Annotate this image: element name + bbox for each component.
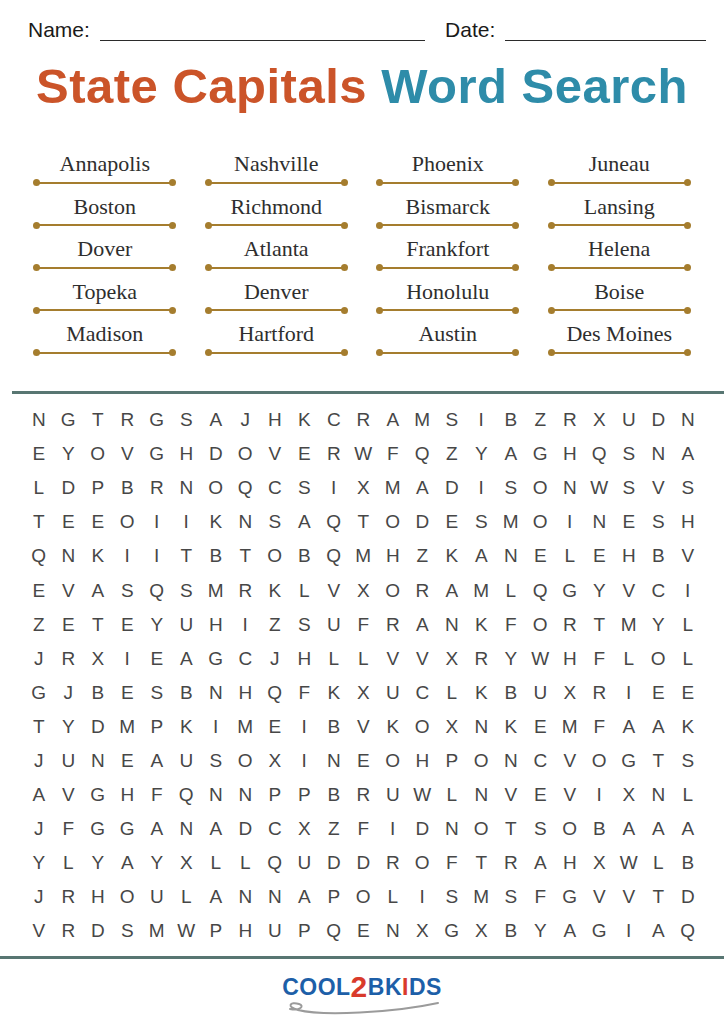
grid-cell[interactable]: V — [496, 778, 526, 812]
grid-cell[interactable]: D — [408, 505, 438, 539]
grid-cell[interactable]: T — [83, 403, 113, 437]
grid-cell[interactable]: K — [467, 676, 497, 710]
grid-cell[interactable]: A — [614, 812, 644, 846]
grid-cell[interactable]: S — [526, 812, 556, 846]
grid-cell[interactable]: T — [644, 744, 674, 778]
grid-cell[interactable]: N — [201, 676, 231, 710]
grid-cell[interactable]: E — [349, 744, 379, 778]
grid-cell[interactable]: H — [260, 403, 290, 437]
grid-cell[interactable]: R — [585, 676, 615, 710]
grid-cell[interactable]: C — [260, 471, 290, 505]
grid-cell[interactable]: X — [172, 846, 202, 880]
grid-cell[interactable]: X — [585, 403, 615, 437]
grid-cell[interactable]: G — [24, 676, 54, 710]
grid-cell[interactable]: T — [24, 710, 54, 744]
grid-cell[interactable]: N — [319, 744, 349, 778]
grid-cell[interactable]: O — [467, 744, 497, 778]
grid-cell[interactable]: J — [24, 812, 54, 846]
grid-cell[interactable]: F — [349, 812, 379, 846]
grid-cell[interactable]: A — [408, 471, 438, 505]
grid-cell[interactable]: X — [437, 642, 467, 676]
cool2bkids-logo[interactable]: COOL2BKIDS — [282, 972, 442, 1016]
grid-cell[interactable]: S — [290, 471, 320, 505]
grid-cell[interactable]: V — [585, 880, 615, 914]
grid-cell[interactable]: H — [113, 778, 143, 812]
grid-cell[interactable]: K — [290, 403, 320, 437]
grid-cell[interactable]: S — [437, 403, 467, 437]
grid-cell[interactable]: O — [83, 437, 113, 471]
grid-cell[interactable]: X — [555, 676, 585, 710]
grid-cell[interactable]: M — [555, 710, 585, 744]
grid-cell[interactable]: H — [172, 437, 202, 471]
grid-cell[interactable]: Y — [585, 573, 615, 607]
grid-cell[interactable]: G — [201, 642, 231, 676]
grid-cell[interactable]: B — [172, 676, 202, 710]
grid-cell[interactable]: O — [408, 710, 438, 744]
grid-cell[interactable]: M — [496, 505, 526, 539]
grid-cell[interactable]: H — [378, 539, 408, 573]
grid-cell[interactable]: B — [585, 812, 615, 846]
grid-cell[interactable]: K — [467, 608, 497, 642]
grid-cell[interactable]: W — [614, 846, 644, 880]
grid-cell[interactable]: O — [113, 880, 143, 914]
grid-cell[interactable]: J — [54, 676, 84, 710]
grid-cell[interactable]: V — [319, 573, 349, 607]
grid-cell[interactable]: R — [408, 573, 438, 607]
grid-cell[interactable]: T — [644, 880, 674, 914]
grid-cell[interactable]: N — [644, 778, 674, 812]
grid-cell[interactable]: E — [24, 573, 54, 607]
grid-cell[interactable]: F — [585, 710, 615, 744]
grid-cell[interactable]: Q — [673, 914, 703, 948]
grid-cell[interactable]: J — [24, 880, 54, 914]
grid-cell[interactable]: I — [113, 642, 143, 676]
grid-cell[interactable]: Q — [319, 505, 349, 539]
grid-cell[interactable]: A — [201, 880, 231, 914]
grid-cell[interactable]: Y — [644, 608, 674, 642]
grid-cell[interactable]: Z — [260, 608, 290, 642]
grid-cell[interactable]: S — [437, 880, 467, 914]
grid-cell[interactable]: S — [467, 505, 497, 539]
grid-cell[interactable]: A — [408, 608, 438, 642]
grid-cell[interactable]: T — [172, 539, 202, 573]
grid-cell[interactable]: B — [496, 676, 526, 710]
grid-cell[interactable]: A — [142, 744, 172, 778]
grid-cell[interactable]: A — [644, 812, 674, 846]
grid-cell[interactable]: T — [24, 505, 54, 539]
grid-cell[interactable]: B — [496, 403, 526, 437]
grid-cell[interactable]: L — [673, 642, 703, 676]
grid-cell[interactable]: R — [349, 403, 379, 437]
grid-cell[interactable]: A — [290, 505, 320, 539]
grid-cell[interactable]: Q — [142, 573, 172, 607]
grid-cell[interactable]: F — [378, 437, 408, 471]
grid-cell[interactable]: E — [290, 437, 320, 471]
grid-cell[interactable]: O — [585, 744, 615, 778]
grid-cell[interactable]: L — [437, 676, 467, 710]
grid-cell[interactable]: I — [614, 676, 644, 710]
grid-cell[interactable]: U — [172, 744, 202, 778]
grid-cell[interactable]: A — [113, 846, 143, 880]
grid-cell[interactable]: L — [319, 642, 349, 676]
grid-cell[interactable]: G — [555, 573, 585, 607]
grid-cell[interactable]: J — [24, 642, 54, 676]
grid-cell[interactable]: H — [555, 846, 585, 880]
grid-cell[interactable]: G — [54, 403, 84, 437]
grid-cell[interactable]: O — [349, 880, 379, 914]
grid-cell[interactable]: C — [408, 676, 438, 710]
grid-cell[interactable]: H — [555, 437, 585, 471]
grid-cell[interactable]: B — [673, 846, 703, 880]
grid-cell[interactable]: L — [24, 471, 54, 505]
grid-cell[interactable]: N — [644, 437, 674, 471]
grid-cell[interactable]: R — [378, 608, 408, 642]
grid-cell[interactable]: W — [172, 914, 202, 948]
grid-cell[interactable]: Z — [526, 403, 556, 437]
grid-cell[interactable]: N — [201, 778, 231, 812]
grid-cell[interactable]: J — [260, 642, 290, 676]
grid-cell[interactable]: M — [614, 608, 644, 642]
grid-cell[interactable]: M — [231, 710, 261, 744]
grid-cell[interactable]: G — [83, 812, 113, 846]
grid-cell[interactable]: I — [290, 744, 320, 778]
grid-cell[interactable]: E — [142, 642, 172, 676]
grid-cell[interactable]: T — [467, 846, 497, 880]
grid-cell[interactable]: V — [614, 880, 644, 914]
grid-cell[interactable]: I — [378, 812, 408, 846]
grid-cell[interactable]: I — [467, 403, 497, 437]
grid-cell[interactable]: K — [83, 539, 113, 573]
grid-cell[interactable]: N — [83, 744, 113, 778]
grid-cell[interactable]: P — [290, 914, 320, 948]
grid-cell[interactable]: S — [496, 471, 526, 505]
grid-cell[interactable]: Y — [54, 437, 84, 471]
grid-cell[interactable]: P — [142, 710, 172, 744]
grid-cell[interactable]: D — [319, 846, 349, 880]
grid-cell[interactable]: P — [83, 471, 113, 505]
grid-cell[interactable]: S — [172, 573, 202, 607]
grid-cell[interactable]: O — [231, 744, 261, 778]
grid-cell[interactable]: D — [83, 914, 113, 948]
grid-cell[interactable]: E — [526, 778, 556, 812]
grid-cell[interactable]: L — [496, 573, 526, 607]
grid-cell[interactable]: O — [113, 505, 143, 539]
grid-cell[interactable]: O — [526, 471, 556, 505]
grid-cell[interactable]: M — [349, 539, 379, 573]
grid-cell[interactable]: R — [142, 471, 172, 505]
grid-cell[interactable]: R — [231, 573, 261, 607]
grid-cell[interactable]: N — [496, 539, 526, 573]
grid-cell[interactable]: E — [260, 710, 290, 744]
grid-cell[interactable]: L — [555, 539, 585, 573]
grid-cell[interactable]: N — [673, 403, 703, 437]
grid-cell[interactable]: B — [290, 539, 320, 573]
grid-cell[interactable]: E — [437, 505, 467, 539]
grid-cell[interactable]: L — [644, 846, 674, 880]
grid-cell[interactable]: D — [644, 403, 674, 437]
grid-cell[interactable]: H — [231, 676, 261, 710]
grid-cell[interactable]: I — [142, 505, 172, 539]
grid-cell[interactable]: A — [673, 437, 703, 471]
grid-cell[interactable]: X — [290, 812, 320, 846]
grid-cell[interactable]: I — [467, 471, 497, 505]
grid-cell[interactable]: N — [467, 710, 497, 744]
grid-cell[interactable]: K — [378, 710, 408, 744]
grid-cell[interactable]: O — [378, 744, 408, 778]
name-input-line[interactable] — [100, 16, 425, 41]
grid-cell[interactable]: L — [437, 778, 467, 812]
grid-cell[interactable]: E — [585, 539, 615, 573]
grid-cell[interactable]: G — [585, 914, 615, 948]
grid-cell[interactable]: Y — [54, 710, 84, 744]
grid-cell[interactable]: M — [142, 914, 172, 948]
grid-cell[interactable]: I — [201, 710, 231, 744]
date-input-line[interactable] — [505, 16, 706, 41]
grid-cell[interactable]: A — [378, 403, 408, 437]
grid-cell[interactable]: A — [83, 573, 113, 607]
grid-cell[interactable]: X — [83, 642, 113, 676]
grid-cell[interactable]: A — [467, 539, 497, 573]
grid-cell[interactable]: A — [644, 914, 674, 948]
grid-cell[interactable]: Q — [172, 778, 202, 812]
grid-cell[interactable]: M — [408, 403, 438, 437]
grid-cell[interactable]: K — [319, 676, 349, 710]
grid-cell[interactable]: N — [231, 778, 261, 812]
grid-cell[interactable]: N — [437, 608, 467, 642]
grid-cell[interactable]: M — [467, 573, 497, 607]
grid-cell[interactable]: T — [496, 812, 526, 846]
grid-cell[interactable]: K — [673, 710, 703, 744]
grid-cell[interactable]: E — [113, 744, 143, 778]
grid-cell[interactable]: U — [54, 744, 84, 778]
grid-cell[interactable]: O — [231, 437, 261, 471]
grid-cell[interactable]: P — [437, 744, 467, 778]
grid-cell[interactable]: G — [83, 778, 113, 812]
grid-cell[interactable]: D — [83, 710, 113, 744]
grid-cell[interactable]: Z — [319, 812, 349, 846]
grid-cell[interactable]: Q — [585, 437, 615, 471]
grid-cell[interactable]: Y — [24, 846, 54, 880]
grid-cell[interactable]: R — [467, 642, 497, 676]
grid-cell[interactable]: E — [54, 608, 84, 642]
grid-cell[interactable]: X — [349, 471, 379, 505]
grid-cell[interactable]: S — [260, 505, 290, 539]
grid-cell[interactable]: V — [555, 744, 585, 778]
grid-cell[interactable]: S — [113, 573, 143, 607]
grid-cell[interactable]: U — [526, 676, 556, 710]
grid-cell[interactable]: G — [437, 914, 467, 948]
grid-cell[interactable]: I — [231, 608, 261, 642]
grid-cell[interactable]: X — [437, 710, 467, 744]
grid-cell[interactable]: I — [290, 710, 320, 744]
grid-cell[interactable]: Q — [231, 471, 261, 505]
grid-cell[interactable]: D — [231, 812, 261, 846]
grid-cell[interactable]: N — [437, 812, 467, 846]
grid-cell[interactable]: K — [496, 710, 526, 744]
grid-cell[interactable]: L — [378, 880, 408, 914]
grid-cell[interactable]: U — [290, 846, 320, 880]
grid-cell[interactable]: I — [614, 914, 644, 948]
grid-cell[interactable]: A — [496, 437, 526, 471]
grid-cell[interactable]: X — [585, 846, 615, 880]
grid-cell[interactable]: L — [673, 608, 703, 642]
grid-cell[interactable]: M — [467, 880, 497, 914]
grid-cell[interactable]: R — [349, 778, 379, 812]
grid-cell[interactable]: D — [349, 846, 379, 880]
grid-cell[interactable]: L — [349, 642, 379, 676]
grid-cell[interactable]: R — [378, 846, 408, 880]
grid-cell[interactable]: N — [467, 778, 497, 812]
grid-cell[interactable]: V — [260, 437, 290, 471]
grid-cell[interactable]: O — [408, 846, 438, 880]
grid-cell[interactable]: N — [260, 880, 290, 914]
grid-cell[interactable]: U — [260, 914, 290, 948]
grid-cell[interactable]: B — [644, 539, 674, 573]
grid-cell[interactable]: D — [201, 437, 231, 471]
grid-cell[interactable]: Y — [83, 846, 113, 880]
grid-cell[interactable]: R — [496, 846, 526, 880]
grid-cell[interactable]: B — [319, 778, 349, 812]
grid-cell[interactable]: E — [673, 676, 703, 710]
grid-cell[interactable]: H — [408, 744, 438, 778]
grid-cell[interactable]: R — [555, 608, 585, 642]
grid-cell[interactable]: C — [644, 573, 674, 607]
grid-cell[interactable]: I — [585, 778, 615, 812]
grid-cell[interactable]: U — [319, 608, 349, 642]
grid-cell[interactable]: K — [437, 539, 467, 573]
grid-cell[interactable]: X — [408, 914, 438, 948]
grid-cell[interactable]: B — [496, 914, 526, 948]
grid-cell[interactable]: H — [673, 505, 703, 539]
grid-cell[interactable]: A — [172, 642, 202, 676]
grid-cell[interactable]: Q — [24, 539, 54, 573]
grid-cell[interactable]: O — [467, 812, 497, 846]
grid-cell[interactable]: S — [201, 744, 231, 778]
grid-cell[interactable]: D — [54, 471, 84, 505]
grid-cell[interactable]: S — [614, 471, 644, 505]
grid-cell[interactable]: L — [201, 846, 231, 880]
grid-cell[interactable]: U — [614, 403, 644, 437]
grid-cell[interactable]: E — [113, 608, 143, 642]
grid-cell[interactable]: L — [231, 846, 261, 880]
grid-cell[interactable]: C — [260, 812, 290, 846]
grid-cell[interactable]: G — [142, 437, 172, 471]
grid-cell[interactable]: Q — [408, 437, 438, 471]
grid-cell[interactable]: P — [319, 880, 349, 914]
grid-cell[interactable]: Z — [24, 608, 54, 642]
grid-cell[interactable]: M — [113, 710, 143, 744]
grid-cell[interactable]: F — [290, 676, 320, 710]
grid-cell[interactable]: T — [231, 539, 261, 573]
grid-cell[interactable]: C — [319, 403, 349, 437]
grid-cell[interactable]: I — [113, 539, 143, 573]
grid-cell[interactable]: T — [349, 505, 379, 539]
grid-cell[interactable]: N — [231, 880, 261, 914]
grid-cell[interactable]: Q — [526, 573, 556, 607]
grid-cell[interactable]: K — [172, 710, 202, 744]
grid-cell[interactable]: D — [408, 812, 438, 846]
grid-cell[interactable]: R — [54, 914, 84, 948]
grid-cell[interactable]: O — [260, 539, 290, 573]
grid-cell[interactable]: A — [201, 403, 231, 437]
grid-cell[interactable]: I — [319, 471, 349, 505]
grid-cell[interactable]: Y — [526, 914, 556, 948]
grid-cell[interactable]: A — [673, 812, 703, 846]
grid-cell[interactable]: S — [673, 744, 703, 778]
grid-cell[interactable]: Q — [260, 676, 290, 710]
grid-cell[interactable]: Q — [260, 846, 290, 880]
grid-cell[interactable]: B — [113, 471, 143, 505]
grid-cell[interactable]: A — [614, 710, 644, 744]
grid-cell[interactable]: Q — [319, 914, 349, 948]
grid-cell[interactable]: G — [555, 880, 585, 914]
grid-cell[interactable]: V — [673, 539, 703, 573]
grid-cell[interactable]: Z — [408, 539, 438, 573]
grid-cell[interactable]: V — [113, 437, 143, 471]
grid-cell[interactable]: L — [614, 642, 644, 676]
grid-cell[interactable]: I — [142, 539, 172, 573]
grid-cell[interactable]: I — [408, 880, 438, 914]
grid-cell[interactable]: Y — [142, 608, 172, 642]
grid-cell[interactable]: T — [585, 608, 615, 642]
grid-cell[interactable]: K — [260, 573, 290, 607]
grid-cell[interactable]: X — [614, 778, 644, 812]
grid-cell[interactable]: F — [496, 608, 526, 642]
grid-cell[interactable]: W — [408, 778, 438, 812]
grid-cell[interactable]: F — [349, 608, 379, 642]
grid-cell[interactable]: O — [526, 608, 556, 642]
grid-cell[interactable]: L — [290, 573, 320, 607]
grid-cell[interactable]: N — [555, 471, 585, 505]
grid-cell[interactable]: O — [644, 642, 674, 676]
grid-cell[interactable]: V — [555, 778, 585, 812]
grid-cell[interactable]: F — [437, 846, 467, 880]
grid-cell[interactable]: V — [614, 573, 644, 607]
grid-cell[interactable]: N — [24, 403, 54, 437]
grid-cell[interactable]: F — [526, 880, 556, 914]
grid-cell[interactable]: N — [496, 744, 526, 778]
grid-cell[interactable]: D — [437, 471, 467, 505]
grid-cell[interactable]: L — [172, 880, 202, 914]
grid-cell[interactable]: O — [526, 505, 556, 539]
grid-cell[interactable]: S — [290, 608, 320, 642]
grid-cell[interactable]: V — [378, 642, 408, 676]
grid-cell[interactable]: X — [349, 573, 379, 607]
grid-cell[interactable]: U — [142, 880, 172, 914]
grid-cell[interactable]: H — [231, 914, 261, 948]
grid-cell[interactable]: E — [24, 437, 54, 471]
grid-cell[interactable]: Q — [319, 539, 349, 573]
grid-cell[interactable]: P — [201, 914, 231, 948]
grid-cell[interactable]: G — [526, 437, 556, 471]
grid-cell[interactable]: A — [555, 914, 585, 948]
grid-cell[interactable]: E — [614, 505, 644, 539]
grid-cell[interactable]: N — [585, 505, 615, 539]
grid-cell[interactable]: T — [83, 608, 113, 642]
grid-cell[interactable]: N — [172, 471, 202, 505]
grid-cell[interactable]: R — [319, 437, 349, 471]
grid-cell[interactable]: N — [231, 505, 261, 539]
grid-cell[interactable]: E — [644, 676, 674, 710]
grid-cell[interactable]: E — [83, 505, 113, 539]
grid-cell[interactable]: P — [260, 778, 290, 812]
grid-cell[interactable]: H — [290, 642, 320, 676]
grid-cell[interactable]: R — [54, 642, 84, 676]
grid-cell[interactable]: F — [142, 778, 172, 812]
grid-cell[interactable]: A — [24, 778, 54, 812]
grid-cell[interactable]: N — [378, 914, 408, 948]
grid-cell[interactable]: R — [113, 403, 143, 437]
